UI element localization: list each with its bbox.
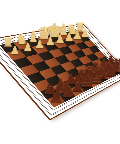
- white-pawn[interactable]: ♟: [55, 35, 65, 46]
- chess-set-photo: ♜♞♝♛♚♝♞♜♟♟♟♟♟♟♟♟♟♟♟♟♟♟♟♟♜♞♝♛♚♝♞♜: [0, 0, 120, 144]
- white-pawn[interactable]: ♟: [23, 43, 33, 54]
- white-pawn[interactable]: ♟: [64, 33, 74, 44]
- white-pawn[interactable]: ♟: [10, 46, 20, 57]
- black-rook[interactable]: ♜: [48, 87, 64, 105]
- white-pawn[interactable]: ♟: [45, 37, 55, 48]
- pieces-layer: ♜♞♝♛♚♝♞♜♟♟♟♟♟♟♟♟♟♟♟♟♟♟♟♟♜♞♝♛♚♝♞♜: [0, 0, 120, 144]
- white-pawn[interactable]: ♟: [35, 40, 45, 51]
